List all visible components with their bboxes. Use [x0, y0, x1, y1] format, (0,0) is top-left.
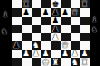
- square-d7[interactable]: ♟: [41, 8, 51, 16]
- square-e6[interactable]: ♟: [51, 17, 61, 25]
- square-e7[interactable]: ♟: [51, 8, 61, 16]
- square-c3[interactable]: ♞: [32, 41, 42, 49]
- square-d4[interactable]: [41, 33, 51, 41]
- square-g5[interactable]: [71, 25, 81, 33]
- captured-bishop-icon: ♝: [91, 16, 98, 24]
- black-pawn-e6[interactable]: ♟: [52, 17, 60, 25]
- chess-board[interactable]: ♜♚♜♟♟♟♟♛♟♟♟♟♞♛♟♟♟♟♟♟♚♜♞♜: [12, 0, 90, 66]
- black-pawn-e5[interactable]: ♟: [52, 25, 60, 33]
- black-pawn-d7[interactable]: ♟: [42, 8, 50, 16]
- square-c7[interactable]: [32, 8, 42, 16]
- square-e5[interactable]: ♟: [51, 25, 61, 33]
- square-a5[interactable]: [12, 25, 22, 33]
- square-g3[interactable]: [71, 41, 81, 49]
- white-pawn-e4[interactable]: ♟: [52, 33, 60, 41]
- white-king-d1[interactable]: ♚: [42, 58, 50, 66]
- white-pawn-c2[interactable]: ♟: [32, 50, 40, 58]
- square-d8[interactable]: [41, 0, 51, 8]
- square-g4[interactable]: [71, 33, 81, 41]
- square-g6[interactable]: [71, 17, 81, 25]
- square-d2[interactable]: ♟: [41, 50, 51, 58]
- black-rook-b8[interactable]: ♜: [22, 0, 30, 8]
- white-rook-e1[interactable]: ♜: [52, 58, 60, 66]
- square-h2[interactable]: ♟: [80, 50, 90, 58]
- white-knight-c3[interactable]: ♞: [32, 41, 40, 49]
- square-b5[interactable]: [22, 25, 32, 33]
- square-h4[interactable]: [80, 33, 90, 41]
- square-f4[interactable]: [61, 33, 71, 41]
- square-a8[interactable]: [12, 0, 22, 8]
- white-pawn-d2[interactable]: ♟: [42, 50, 50, 58]
- black-rook-h8[interactable]: ♜: [81, 0, 89, 8]
- square-a2[interactable]: [12, 50, 22, 58]
- square-f2[interactable]: ♟: [61, 50, 71, 58]
- square-c5[interactable]: [32, 25, 42, 33]
- black-pawn-a3[interactable]: ♟: [13, 41, 21, 49]
- square-a7[interactable]: [12, 8, 22, 16]
- white-rook-h1[interactable]: ♜: [81, 58, 89, 66]
- square-h5[interactable]: [80, 25, 90, 33]
- captured-bishop-icon: ♝: [2, 11, 9, 19]
- square-f8[interactable]: [61, 0, 71, 8]
- square-c6[interactable]: [32, 17, 42, 25]
- white-knight-g1[interactable]: ♞: [71, 58, 79, 66]
- square-f5[interactable]: [61, 25, 71, 33]
- captured-knight-icon: ♞: [91, 26, 98, 34]
- square-g8[interactable]: [71, 0, 81, 8]
- square-c8[interactable]: [32, 0, 42, 8]
- captured-knight-icon: ♞: [1, 28, 8, 36]
- white-pawn-h2[interactable]: ♟: [81, 50, 89, 58]
- square-b2[interactable]: ♟: [22, 50, 32, 58]
- square-h1[interactable]: ♜: [80, 58, 90, 66]
- square-a6[interactable]: [12, 17, 22, 25]
- white-queen-f3[interactable]: ♛: [61, 41, 69, 49]
- square-e4[interactable]: ♟: [51, 33, 61, 41]
- square-c4[interactable]: [32, 33, 42, 41]
- square-c1[interactable]: [32, 58, 42, 66]
- square-e3[interactable]: [51, 41, 61, 49]
- square-d1[interactable]: ♚: [41, 58, 51, 66]
- square-f7[interactable]: ♟: [61, 8, 71, 16]
- square-g7[interactable]: ♛: [71, 8, 81, 16]
- black-king-e8[interactable]: ♚: [52, 0, 60, 8]
- square-h7[interactable]: [80, 8, 90, 16]
- square-d6[interactable]: [41, 17, 51, 25]
- square-d5[interactable]: [41, 25, 51, 33]
- white-pawn-f2[interactable]: ♟: [61, 50, 69, 58]
- square-a3[interactable]: ♟: [12, 41, 22, 49]
- square-g1[interactable]: ♞: [71, 58, 81, 66]
- square-f6[interactable]: [61, 17, 71, 25]
- square-h8[interactable]: ♜: [80, 0, 90, 8]
- square-b1[interactable]: [22, 58, 32, 66]
- square-g2[interactable]: ♟: [71, 50, 81, 58]
- chess-app-stage: ♜♚♜♟♟♟♟♛♟♟♟♟♞♛♟♟♟♟♟♟♚♜♞♜ ♝ ♞ ♝ ♞: [0, 0, 100, 66]
- square-b8[interactable]: ♜: [22, 0, 32, 8]
- square-e1[interactable]: ♜: [51, 58, 61, 66]
- square-h6[interactable]: [80, 17, 90, 25]
- square-f1[interactable]: [61, 58, 71, 66]
- black-pawn-f7[interactable]: ♟: [61, 8, 69, 16]
- square-d3[interactable]: [41, 41, 51, 49]
- square-e8[interactable]: ♚: [51, 0, 61, 8]
- square-b6[interactable]: [22, 17, 32, 25]
- white-pawn-b2[interactable]: ♟: [22, 50, 30, 58]
- square-a1[interactable]: [12, 58, 22, 66]
- square-f3[interactable]: ♛: [61, 41, 71, 49]
- square-b7[interactable]: ♟: [22, 8, 32, 16]
- black-pawn-e7[interactable]: ♟: [52, 8, 60, 16]
- square-c2[interactable]: ♟: [32, 50, 42, 58]
- square-e2[interactable]: [51, 50, 61, 58]
- black-pawn-b7[interactable]: ♟: [22, 8, 30, 16]
- square-b3[interactable]: [22, 41, 32, 49]
- square-a4[interactable]: [12, 33, 22, 41]
- white-pawn-g2[interactable]: ♟: [71, 50, 79, 58]
- square-b4[interactable]: [22, 33, 32, 41]
- black-queen-g7[interactable]: ♛: [71, 8, 79, 16]
- square-h3[interactable]: [80, 41, 90, 49]
